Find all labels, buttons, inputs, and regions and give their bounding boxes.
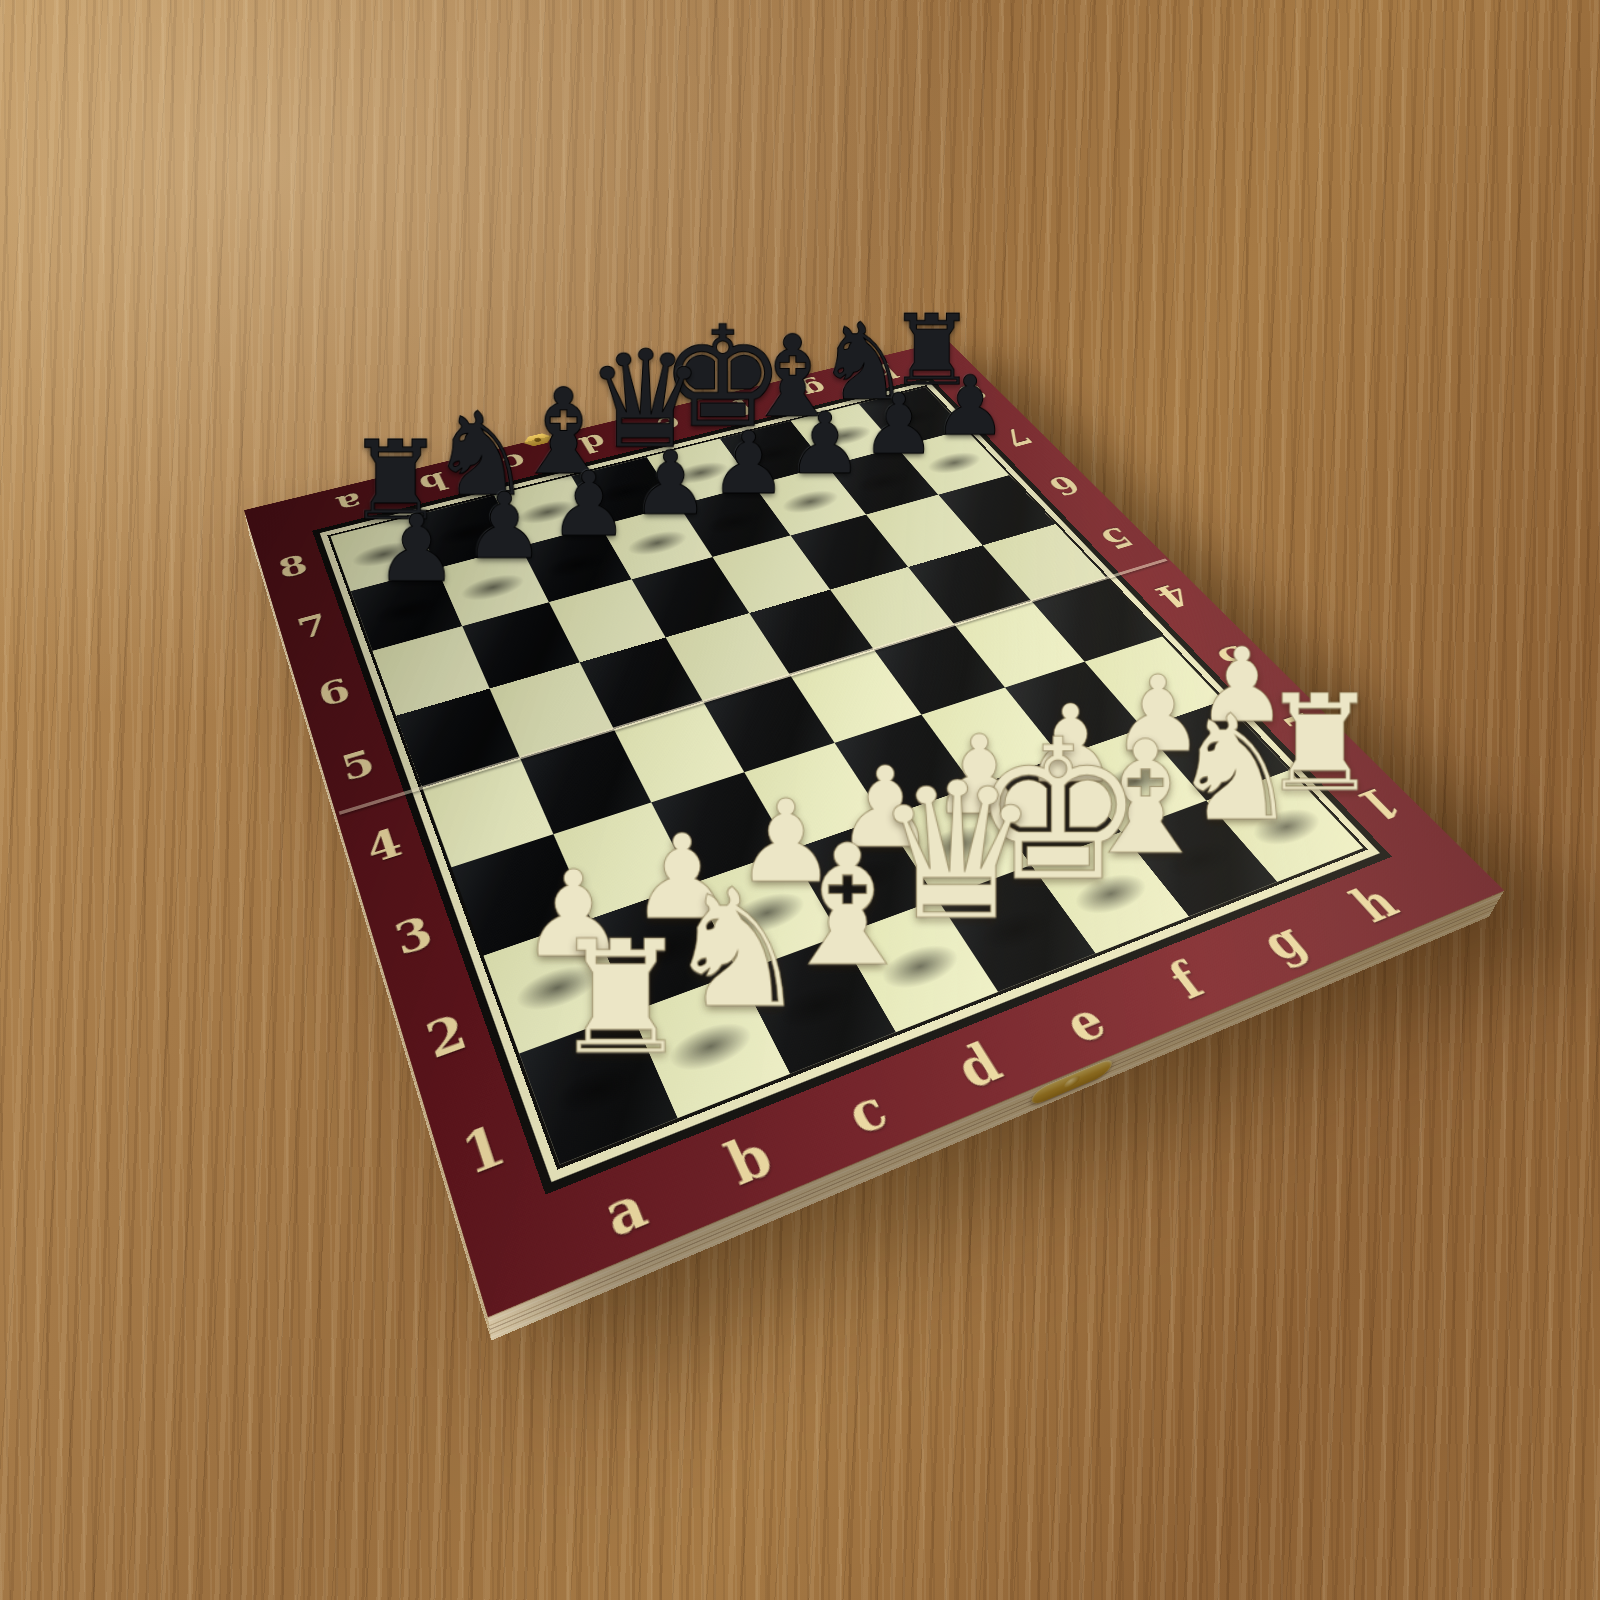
piece-black-pawn-g7: ♟: [861, 383, 936, 467]
photo-of-folding-chess-set: { "game": "chess", "scene": { "descripti…: [0, 0, 1600, 1600]
table-scene: abcdefgh abcdefgh 87654321 87654321 ♜♞♝♛…: [0, 0, 1600, 1600]
piece-black-pawn-b7: ♟: [464, 481, 546, 572]
piece-black-pawn-c7: ♟: [549, 460, 629, 550]
piece-black-pawn-e7: ♟: [710, 420, 788, 507]
chess-board: abcdefgh abcdefgh 87654321 87654321 ♜♞♝♛…: [244, 340, 1504, 1317]
piece-black-pawn-h7: ♟: [933, 365, 1007, 447]
square-c4: [613, 702, 744, 803]
piece-black-pawn-f7: ♟: [787, 401, 863, 486]
piece-black-pawn-d7: ♟: [631, 439, 710, 527]
piece-black-pawn-a7: ♟: [375, 502, 458, 595]
piece-white-rook-a1: ♜: [551, 919, 691, 1076]
square-a6: [372, 626, 489, 716]
